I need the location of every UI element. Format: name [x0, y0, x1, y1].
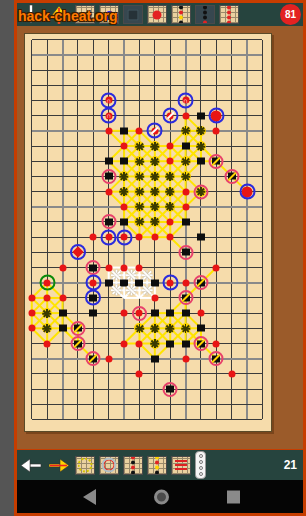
piece-rf.blue[interactable]: [211, 110, 222, 121]
piece-by.red[interactable]: [228, 173, 236, 180]
piece-y[interactable]: [134, 141, 144, 151]
piece-y[interactable]: [181, 171, 191, 181]
piece-y[interactable]: [150, 171, 160, 181]
piece-r[interactable]: [136, 127, 143, 134]
piece-by.red[interactable]: [182, 294, 190, 301]
board-yellow-ring-icon[interactable]: [75, 456, 95, 475]
game-board[interactable]: ∩∩∩: [24, 33, 272, 432]
piece-r[interactable]: [59, 294, 66, 301]
piece-r[interactable]: [44, 294, 51, 301]
piece-rf.blue[interactable]: [242, 186, 253, 197]
board-dots-column-2-icon[interactable]: [147, 456, 167, 475]
piece-y[interactable]: [119, 171, 129, 181]
piece-r[interactable]: [182, 112, 189, 119]
home-button[interactable]: [154, 489, 169, 504]
back-button[interactable]: [83, 489, 96, 505]
piece-r[interactable]: [213, 127, 220, 134]
piece-y[interactable]: [150, 202, 160, 212]
piece-r[interactable]: [28, 294, 35, 301]
piece-r[interactable]: [182, 203, 189, 210]
piece-rn.blue[interactable]: ∩: [105, 97, 112, 104]
piece-r[interactable]: [105, 188, 112, 195]
piece-b[interactable]: [182, 143, 190, 150]
piece-y[interactable]: [150, 339, 160, 349]
piece-r[interactable]: [59, 264, 66, 271]
piece-r[interactable]: [121, 340, 128, 347]
piece-r[interactable]: [182, 188, 189, 195]
piece-r[interactable]: [121, 203, 128, 210]
piece-y[interactable]: [150, 217, 160, 227]
piece-b.red[interactable]: [105, 218, 113, 225]
move-left-arrow-icon[interactable]: [19, 455, 43, 476]
piece-b.red[interactable]: [166, 386, 174, 393]
board-dots-column-icon[interactable]: [123, 456, 143, 475]
piece-y[interactable]: [119, 187, 129, 197]
piece-r.blue[interactable]: [90, 279, 97, 286]
piece-r.blue[interactable]: [105, 234, 112, 241]
piece-y[interactable]: [165, 202, 175, 212]
board-red-rows-icon[interactable]: [171, 456, 191, 475]
piece-r[interactable]: [105, 355, 112, 362]
piece-r[interactable]: [228, 370, 235, 377]
piece-r[interactable]: [167, 218, 174, 225]
piece-by.red[interactable]: [212, 158, 220, 165]
piece-r.green[interactable]: [44, 279, 51, 286]
piece-b[interactable]: [151, 310, 159, 317]
piece-b[interactable]: [166, 340, 174, 347]
piece-r.blue[interactable]: [121, 234, 128, 241]
piece-b[interactable]: [197, 158, 205, 165]
piece-ws[interactable]: [111, 270, 122, 281]
piece-r[interactable]: [213, 264, 220, 271]
piece-y[interactable]: [42, 323, 52, 333]
piece-r[interactable]: [167, 143, 174, 150]
piece-b[interactable]: [89, 310, 97, 317]
piece-r[interactable]: [136, 234, 143, 241]
piece-b[interactable]: [120, 127, 128, 134]
piece-b.red[interactable]: [105, 173, 113, 180]
piece-b[interactable]: [120, 158, 128, 165]
piece-r[interactable]: [182, 355, 189, 362]
piece-y[interactable]: [150, 141, 160, 151]
piece-b[interactable]: [182, 218, 190, 225]
piece-r.red[interactable]: [136, 310, 143, 317]
counter-label: 21: [284, 458, 301, 472]
piece-b[interactable]: [182, 310, 190, 317]
piece-by.red[interactable]: [212, 355, 220, 362]
piece-r[interactable]: [121, 310, 128, 317]
watermark-text: hack-cheat.org: [18, 8, 118, 24]
piece-y[interactable]: [150, 187, 160, 197]
piece-r[interactable]: [121, 143, 128, 150]
piece-ws[interactable]: [126, 270, 137, 281]
piece-ws[interactable]: [126, 285, 137, 296]
piece-b.blue[interactable]: [89, 294, 97, 301]
piece-b[interactable]: [197, 325, 205, 332]
piece-by.red[interactable]: [89, 355, 97, 362]
piece-b.red[interactable]: [182, 249, 190, 256]
piece-rn.blue[interactable]: ∩: [182, 97, 189, 104]
stone-red-tile-icon[interactable]: [147, 5, 167, 24]
piece-b[interactable]: [151, 355, 159, 362]
piece-y[interactable]: [42, 308, 52, 318]
piece-b[interactable]: [59, 310, 67, 317]
piece-y[interactable]: [134, 217, 144, 227]
piece-r[interactable]: [90, 234, 97, 241]
piece-y[interactable]: [134, 156, 144, 166]
board-gray-ring-icon[interactable]: [99, 456, 119, 475]
piece-b[interactable]: [182, 340, 190, 347]
piece-b[interactable]: [59, 325, 67, 332]
piece-y[interactable]: [150, 156, 160, 166]
piece-y[interactable]: [165, 323, 175, 333]
piece-b.red[interactable]: [89, 264, 97, 271]
board-analysis-icon[interactable]: [171, 5, 191, 24]
piece-r[interactable]: [197, 310, 204, 317]
piece-b[interactable]: [166, 310, 174, 317]
piece-ws[interactable]: [142, 270, 153, 281]
piece-y[interactable]: [150, 323, 160, 333]
piece-b[interactable]: [197, 112, 205, 119]
piece-b[interactable]: [105, 158, 113, 165]
piece-y.red[interactable]: [196, 187, 206, 197]
piece-y[interactable]: [134, 187, 144, 197]
piece-b[interactable]: [120, 218, 128, 225]
piece-y[interactable]: [196, 141, 206, 151]
move-right-arrow-icon[interactable]: [47, 455, 71, 476]
piece-y[interactable]: [165, 171, 175, 181]
piece-y[interactable]: [134, 323, 144, 333]
piece-r[interactable]: [167, 234, 174, 241]
piece-y[interactable]: [181, 323, 191, 333]
app-frame: 281 hack-cheat.org ∩∩∩ 21: [14, 0, 306, 516]
piece-ws[interactable]: [142, 285, 153, 296]
piece-r[interactable]: [182, 279, 189, 286]
piece-r[interactable]: [136, 340, 143, 347]
piece-r.blue[interactable]: [167, 279, 174, 286]
stone-black-tile-icon[interactable]: [123, 5, 143, 24]
bottom-toolbar: 21: [17, 449, 303, 480]
piece-b[interactable]: [197, 234, 205, 241]
piece-rs.blue[interactable]: [151, 127, 158, 134]
piece-r[interactable]: [136, 370, 143, 377]
piece-rs.blue[interactable]: [167, 112, 174, 119]
android-navbar: [17, 480, 303, 513]
piece-r[interactable]: [105, 127, 112, 134]
piece-y[interactable]: [134, 171, 144, 181]
piece-y[interactable]: [196, 126, 206, 136]
piece-r[interactable]: [28, 310, 35, 317]
recents-button[interactable]: [227, 490, 240, 503]
piece-by.red[interactable]: [197, 279, 205, 286]
piece-rd.blue[interactable]: [74, 248, 82, 256]
piece-y[interactable]: [134, 202, 144, 212]
piece-r[interactable]: [44, 340, 51, 347]
piece-y[interactable]: [165, 187, 175, 197]
piece-r[interactable]: [213, 340, 220, 347]
piece-rn.blue[interactable]: ∩: [105, 112, 112, 119]
moves-list-red-icon[interactable]: [219, 5, 239, 24]
piece-y[interactable]: [181, 156, 191, 166]
moves-list-dark-icon[interactable]: [195, 5, 215, 24]
piece-by.red[interactable]: [74, 325, 82, 332]
move-count-badge: 81: [280, 4, 301, 25]
piece-ws[interactable]: [111, 285, 122, 296]
piece-y[interactable]: [181, 126, 191, 136]
piece-by.red[interactable]: [197, 340, 205, 347]
piece-by.red[interactable]: [74, 340, 82, 347]
piece-r[interactable]: [167, 158, 174, 165]
piece-r[interactable]: [28, 325, 35, 332]
piece-r[interactable]: [151, 234, 158, 241]
scroll-slider-icon[interactable]: [195, 451, 206, 479]
